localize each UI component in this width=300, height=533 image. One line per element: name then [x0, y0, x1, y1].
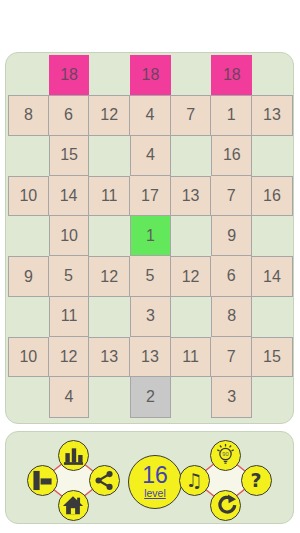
hint-button[interactable]: 90 — [210, 440, 241, 471]
grid-cell[interactable]: 10 — [8, 337, 49, 377]
grid-cell[interactable]: 6 — [49, 95, 90, 135]
target-cell[interactable]: 18 — [211, 55, 252, 95]
grid-cell[interactable]: 14 — [49, 176, 90, 216]
grid-cell[interactable]: 8 — [211, 297, 252, 337]
grid-cell[interactable]: 11 — [171, 337, 212, 377]
music-button[interactable]: ♫ — [179, 465, 210, 496]
empty-cell — [252, 136, 293, 176]
grid-cell[interactable]: 4 — [130, 136, 171, 176]
grid-cell[interactable]: 5 — [49, 256, 90, 296]
grid-cell[interactable]: 7 — [171, 95, 212, 135]
grid-cell[interactable]: 10 — [8, 176, 49, 216]
puzzle-grid: 1818188612471131541610141117137161019951… — [8, 55, 293, 418]
grid-cell[interactable]: 15 — [252, 337, 293, 377]
grid-cell[interactable]: 15 — [49, 136, 90, 176]
empty-cell — [8, 297, 49, 337]
level-label: level — [144, 487, 166, 500]
menu-cluster-right: 90 ♫ ? — [179, 439, 271, 521]
grid-cell[interactable]: 16 — [252, 176, 293, 216]
grid-cell[interactable]: 5 — [130, 256, 171, 296]
grid-cell[interactable]: 10 — [49, 216, 90, 256]
lightbulb-icon: 90 — [213, 443, 238, 468]
empty-cell — [252, 55, 293, 95]
empty-cell — [171, 55, 212, 95]
hint-count: 90 — [222, 451, 228, 457]
empty-cell — [89, 216, 130, 256]
grid-cell[interactable]: 7 — [211, 176, 252, 216]
empty-cell — [89, 297, 130, 337]
empty-cell — [171, 297, 212, 337]
toolbar-panel: 16 level 90 ♫ ? — [5, 431, 294, 524]
grid-cell[interactable]: 1 — [211, 95, 252, 135]
grid-cell[interactable]: 3 — [211, 377, 252, 417]
empty-cell — [8, 377, 49, 417]
grid-cell[interactable]: 12 — [171, 256, 212, 296]
empty-cell — [171, 377, 212, 417]
level-value: 16 — [142, 464, 168, 487]
menu-cluster-left — [27, 439, 119, 521]
grid-cell[interactable]: 8 — [8, 95, 49, 135]
level-button[interactable]: 16 level — [128, 455, 182, 509]
grid-cell[interactable]: 11 — [89, 176, 130, 216]
empty-cell — [89, 136, 130, 176]
empty-cell — [8, 55, 49, 95]
bar-chart-icon — [63, 445, 84, 466]
grid-cell[interactable]: 16 — [211, 136, 252, 176]
grid-cell[interactable]: 7 — [211, 337, 252, 377]
grid-cell[interactable]: 9 — [211, 216, 252, 256]
horizontal-bars-icon — [32, 470, 53, 491]
game-screen: { "game": "number-grid sum puzzle (make … — [0, 0, 300, 533]
selected-cell[interactable]: 1 — [130, 216, 171, 256]
grid-cell[interactable]: 11 — [49, 297, 90, 337]
target-cell[interactable]: 18 — [49, 55, 90, 95]
restart-icon — [214, 494, 237, 517]
grid-cell[interactable]: 3 — [130, 297, 171, 337]
empty-cell — [171, 216, 212, 256]
target-cell[interactable]: 18 — [130, 55, 171, 95]
home-icon — [62, 494, 84, 516]
grid-cell[interactable]: 12 — [49, 337, 90, 377]
help-button[interactable]: ? — [241, 465, 272, 496]
grid-cell[interactable]: 13 — [252, 95, 293, 135]
grid-cell[interactable]: 13 — [89, 337, 130, 377]
grid-cell[interactable]: 12 — [89, 95, 130, 135]
grid-cell[interactable]: 4 — [49, 377, 90, 417]
leaderboard-button[interactable] — [27, 465, 58, 496]
grid-cell[interactable]: 4 — [130, 95, 171, 135]
grid-cell[interactable]: 17 — [130, 176, 171, 216]
grid-cell[interactable]: 14 — [252, 256, 293, 296]
board-panel: 1818188612471131541610141117137161019951… — [5, 52, 294, 424]
share-button[interactable] — [89, 465, 120, 496]
grid-cell[interactable]: 12 — [89, 256, 130, 296]
stats-button[interactable] — [58, 440, 89, 471]
empty-cell — [8, 136, 49, 176]
question-mark-icon: ? — [250, 471, 261, 490]
empty-cell — [252, 297, 293, 337]
grid-cell[interactable]: 9 — [8, 256, 49, 296]
grid-cell[interactable]: 13 — [130, 337, 171, 377]
grid-cell[interactable]: 13 — [171, 176, 212, 216]
music-note-icon: ♫ — [185, 471, 202, 490]
empty-cell — [171, 136, 212, 176]
home-button[interactable] — [58, 490, 89, 521]
empty-cell — [89, 377, 130, 417]
share-icon — [94, 470, 115, 491]
grid-cell[interactable]: 6 — [211, 256, 252, 296]
empty-cell — [252, 377, 293, 417]
empty-cell — [252, 216, 293, 256]
used-cell[interactable]: 2 — [130, 377, 171, 417]
empty-cell — [8, 216, 49, 256]
restart-button[interactable] — [210, 490, 241, 521]
empty-cell — [89, 55, 130, 95]
